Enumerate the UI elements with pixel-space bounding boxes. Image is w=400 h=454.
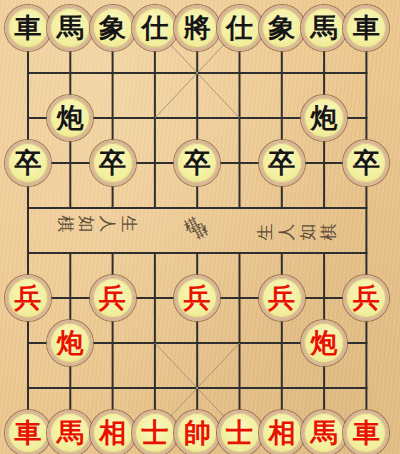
piece-black-elephant-left[interactable]: 象 bbox=[90, 5, 136, 51]
piece-black-cannon-left[interactable]: 炮 bbox=[47, 95, 93, 141]
river-text-right: 棋如人生 bbox=[255, 223, 339, 242]
piece-red-horse-left[interactable]: 馬 bbox=[47, 410, 93, 454]
piece-black-soldier-5[interactable]: 卒 bbox=[343, 140, 389, 186]
piece-red-soldier-2[interactable]: 兵 bbox=[90, 275, 136, 321]
river-character: 生 bbox=[256, 223, 275, 242]
piece-black-horse-right[interactable]: 馬 bbox=[301, 5, 347, 51]
piece-black-advisor-right[interactable]: 仕 bbox=[217, 5, 263, 51]
piece-red-elephant-left[interactable]: 相 bbox=[90, 410, 136, 454]
piece-black-elephant-right[interactable]: 象 bbox=[259, 5, 305, 51]
piece-red-cannon-left[interactable]: 炮 bbox=[47, 320, 93, 366]
river-emblem: 棋棋 bbox=[180, 212, 214, 246]
piece-black-general[interactable]: 將 bbox=[174, 5, 220, 51]
river-text-left: 棋如人生 bbox=[55, 215, 139, 234]
piece-red-soldier-3[interactable]: 兵 bbox=[174, 275, 220, 321]
piece-red-general[interactable]: 帥 bbox=[174, 410, 220, 454]
piece-red-soldier-4[interactable]: 兵 bbox=[259, 275, 305, 321]
piece-black-soldier-3[interactable]: 卒 bbox=[174, 140, 220, 186]
river-character: 人 bbox=[98, 215, 117, 234]
piece-red-soldier-1[interactable]: 兵 bbox=[5, 275, 51, 321]
river-emblem-character: 棋 bbox=[190, 221, 210, 241]
piece-black-cannon-right[interactable]: 炮 bbox=[301, 95, 347, 141]
river-character: 如 bbox=[298, 223, 317, 242]
piece-red-cannon-right[interactable]: 炮 bbox=[301, 320, 347, 366]
river-character: 棋 bbox=[56, 215, 75, 234]
piece-black-horse-left[interactable]: 馬 bbox=[47, 5, 93, 51]
piece-black-advisor-left[interactable]: 仕 bbox=[132, 5, 178, 51]
piece-black-soldier-4[interactable]: 卒 bbox=[259, 140, 305, 186]
piece-red-horse-right[interactable]: 馬 bbox=[301, 410, 347, 454]
xiangqi-board: 棋如人生 棋棋 棋如人生 車馬象仕將仕象馬車炮炮卒卒卒卒卒兵兵兵兵兵炮炮車馬相士… bbox=[0, 0, 400, 454]
piece-black-chariot-right[interactable]: 車 bbox=[343, 5, 389, 51]
river-character: 生 bbox=[119, 215, 138, 234]
piece-red-advisor-left[interactable]: 士 bbox=[132, 410, 178, 454]
piece-black-soldier-2[interactable]: 卒 bbox=[90, 140, 136, 186]
piece-red-chariot-left[interactable]: 車 bbox=[5, 410, 51, 454]
piece-black-chariot-left[interactable]: 車 bbox=[5, 5, 51, 51]
river-character: 人 bbox=[277, 223, 296, 242]
river-character: 如 bbox=[77, 215, 96, 234]
piece-red-advisor-right[interactable]: 士 bbox=[217, 410, 263, 454]
river-character: 棋 bbox=[319, 223, 338, 242]
piece-red-elephant-right[interactable]: 相 bbox=[259, 410, 305, 454]
piece-red-chariot-right[interactable]: 車 bbox=[343, 410, 389, 454]
piece-red-soldier-5[interactable]: 兵 bbox=[343, 275, 389, 321]
piece-black-soldier-1[interactable]: 卒 bbox=[5, 140, 51, 186]
